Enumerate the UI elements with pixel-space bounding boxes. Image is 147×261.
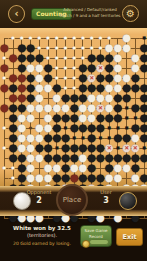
match-settings-line2: Match / 9 and a half territories	[58, 13, 122, 19]
result-line2: (territories).	[6, 232, 78, 239]
stone-dead-black: ●	[0, 43, 9, 53]
gear-icon: ⚙	[126, 9, 135, 19]
territory-black: ■	[142, 146, 146, 150]
board-cell[interactable]: ■	[122, 103, 131, 113]
board-cell[interactable]	[0, 153, 9, 163]
territory-white: ●	[64, 76, 68, 80]
result-line1: White won by 32.5	[6, 225, 78, 232]
board-cell[interactable]: ●	[61, 53, 70, 63]
board-cell[interactable]: ●	[122, 163, 131, 173]
board-cell[interactable]: ●	[140, 63, 147, 73]
stone-white: ●	[26, 113, 35, 123]
board-cell[interactable]: ■	[105, 123, 114, 133]
board-cell[interactable]: ●	[0, 83, 9, 93]
territory-black: ■	[81, 136, 85, 140]
territory-white: ●	[46, 36, 50, 40]
board-cell[interactable]: ●	[0, 163, 9, 173]
stone-black: ●	[114, 113, 123, 123]
board-cell[interactable]: ●	[61, 63, 70, 73]
stone-black: ●	[61, 113, 70, 123]
territory-black: ■	[99, 136, 103, 140]
board-cell[interactable]: ●	[52, 53, 61, 63]
black-stone-icon	[119, 192, 137, 210]
territory-white: ●	[55, 36, 59, 40]
stone-black: ●	[131, 103, 140, 113]
board-cell[interactable]: ●	[96, 123, 105, 133]
go-app-screen: ‹ Counting Advanced / Default/ranked Mat…	[0, 0, 147, 261]
place-button[interactable]: Place	[56, 184, 88, 216]
territory-white: ●	[46, 56, 50, 60]
board-cell[interactable]: ●	[61, 33, 70, 43]
territory-black: ■	[125, 126, 129, 130]
territory-white: ●	[55, 66, 59, 70]
territory-black: ■	[116, 126, 120, 130]
stone-black: ●	[114, 133, 123, 143]
territory-white: ●	[64, 46, 68, 50]
stone-white: ●	[35, 103, 44, 113]
dead-stone-x-mark: ✕	[133, 145, 138, 151]
territory-white: ●	[38, 46, 42, 50]
territory-white: ●	[3, 76, 7, 80]
match-settings-text: Advanced / Default/ranked Match / 9 and …	[58, 7, 122, 19]
stone-dead-black: ●	[0, 83, 9, 93]
territory-black: ■	[125, 106, 129, 110]
territory-black: ■	[107, 126, 111, 130]
board-cell[interactable]: ●	[70, 33, 79, 43]
board-cell[interactable]: ●	[0, 123, 9, 133]
territory-white: ●	[64, 66, 68, 70]
board-cell[interactable]: ●	[87, 33, 96, 43]
dead-stone-x-mark: ✕	[98, 105, 103, 111]
board-cell[interactable]: ●	[0, 143, 9, 153]
dead-stone-x-mark: ✕	[107, 145, 112, 151]
board-cell[interactable]	[0, 133, 9, 143]
stone-dead-black: ●	[0, 63, 9, 73]
stone-black: ●	[131, 83, 140, 93]
board-cell[interactable]: ●	[44, 33, 53, 43]
board-cell[interactable]: ●	[114, 173, 123, 183]
territory-black: ■	[55, 146, 59, 150]
board-cell[interactable]: ●	[44, 43, 53, 53]
board-cell[interactable]: ●	[96, 33, 105, 43]
board-cell[interactable]: ●	[70, 43, 79, 53]
territory-white: ●	[3, 126, 7, 130]
territory-white: ●	[72, 36, 76, 40]
board-cell[interactable]: ●	[0, 103, 9, 113]
dead-stone-x-mark: ✕	[124, 145, 129, 151]
board-cell[interactable]: ●	[35, 153, 44, 163]
stone-black: ●	[140, 63, 147, 73]
stone-black: ●	[140, 153, 147, 163]
stone-white: ●	[114, 173, 123, 183]
board-cell[interactable]: ●	[35, 103, 44, 113]
territory-white: ●	[46, 46, 50, 50]
back-button[interactable]: ‹	[8, 5, 25, 23]
territory-white: ●	[20, 36, 24, 40]
board-cell[interactable]: ■	[122, 113, 131, 123]
territory-white: ●	[3, 146, 7, 150]
territory-black: ■	[64, 126, 68, 130]
stone-black: ●	[105, 113, 114, 123]
stone-black: ●	[140, 133, 147, 143]
stone-white: ●	[122, 43, 131, 53]
opponent-label: Opponent	[24, 189, 54, 195]
stone-white: ●	[122, 163, 131, 173]
territory-black: ■	[142, 36, 146, 40]
user-label: User	[94, 189, 118, 195]
board-cell[interactable]: ●	[26, 113, 35, 123]
stone-black: ●	[122, 93, 131, 103]
board-cell[interactable]: ●	[35, 173, 44, 183]
board-cell[interactable]: ●	[0, 63, 9, 73]
territory-white: ●	[11, 166, 15, 170]
territory-white: ●	[3, 56, 7, 60]
board-cell[interactable]: ●	[131, 83, 140, 93]
territory-white: ●	[90, 46, 94, 50]
go-board-grid: ●●●●●●●●●●●●●■■■●●●●●●●●●●●●●●●■■●●●●●●●…	[0, 33, 147, 176]
board-cell[interactable]: ●	[140, 153, 147, 163]
stone-black: ●	[70, 123, 79, 133]
board-cell[interactable]: ●	[52, 33, 61, 43]
territory-black: ■	[125, 116, 129, 120]
territory-white: ●	[99, 46, 103, 50]
opponent-captures-count: 2	[24, 196, 54, 205]
board-cell[interactable]: ●	[131, 103, 140, 113]
territory-white: ●	[72, 46, 76, 50]
territory-white: ●	[3, 166, 7, 170]
back-chevron-icon: ‹	[14, 9, 18, 19]
board-cell[interactable]: ●	[52, 133, 61, 143]
board-cell[interactable]: ●	[52, 63, 61, 73]
board-cell[interactable]: ●	[61, 73, 70, 83]
territory-white: ●	[64, 56, 68, 60]
territory-white: ●	[72, 76, 76, 80]
territory-white: ●	[55, 76, 59, 80]
board-cell[interactable]: ●	[96, 153, 105, 163]
territory-black: ■	[116, 146, 120, 150]
board-cell[interactable]: ●	[70, 73, 79, 83]
board-cell[interactable]: ●	[105, 113, 114, 123]
board-cell[interactable]	[122, 53, 131, 63]
territory-white: ●	[90, 36, 94, 40]
board-cell[interactable]: ●	[70, 53, 79, 63]
territory-white: ●	[55, 56, 59, 60]
board-cell[interactable]: ●	[114, 133, 123, 143]
result-line3: 20 Gold earned by losing.	[6, 241, 78, 247]
stone-black: ●	[96, 123, 105, 133]
territory-white: ●	[29, 36, 33, 40]
board-cell[interactable]: ●	[52, 43, 61, 53]
board-cell[interactable]: ●	[140, 133, 147, 143]
game-result-text: White won by 32.5 (territories). 20 Gold…	[6, 225, 78, 247]
stone-white: ●	[35, 153, 44, 163]
board-cell[interactable]: ●	[70, 123, 79, 133]
stone-black: ●	[52, 133, 61, 143]
board-cell[interactable]: ●	[61, 113, 70, 123]
territory-black: ■	[133, 116, 137, 120]
board-cell[interactable]	[131, 33, 140, 43]
territory-white: ●	[38, 36, 42, 40]
board-cell[interactable]: ●	[122, 93, 131, 103]
territory-white: ●	[64, 36, 68, 40]
territory-white: ●	[55, 46, 59, 50]
go-board: ●●●●●●●●●●●●●■■■●●●●●●●●●●●●●●●■■●●●●●●●…	[0, 28, 147, 186]
territory-white: ●	[64, 86, 68, 90]
place-button-label: Place	[63, 196, 82, 204]
board-cell[interactable]: ●	[79, 33, 88, 43]
territory-white: ●	[81, 56, 85, 60]
territory-white: ●	[81, 36, 85, 40]
board-cell[interactable]: ●	[114, 113, 123, 123]
territory-black: ■	[107, 136, 111, 140]
board-cell[interactable]: ●	[0, 43, 9, 53]
territory-white: ●	[72, 86, 76, 90]
dead-stone-x-mark: ✕	[89, 75, 94, 81]
top-bar: ‹ Counting Advanced / Default/ranked Mat…	[0, 0, 147, 28]
board-cell[interactable]	[0, 113, 9, 123]
territory-white: ●	[107, 36, 111, 40]
star-point: ●	[29, 126, 33, 130]
save-game-record-button[interactable]: Save Game Record	[80, 225, 112, 247]
exit-button[interactable]: Exit	[116, 228, 143, 246]
territory-white: ●	[72, 66, 76, 70]
territory-white: ●	[11, 36, 15, 40]
territory-white: ●	[99, 36, 103, 40]
territory-white: ●	[81, 46, 85, 50]
board-cell[interactable]: ●	[35, 33, 44, 43]
gold-coin-icon	[82, 240, 90, 248]
dead-stone-x-mark: ✕	[98, 65, 103, 71]
board-cell[interactable]: ●	[70, 63, 79, 73]
board-cell[interactable]	[0, 173, 9, 183]
exit-button-label: Exit	[123, 233, 137, 241]
territory-black: ■	[72, 136, 76, 140]
stone-black: ●	[96, 153, 105, 163]
stone-dead-black: ●	[0, 103, 9, 113]
territory-white: ●	[11, 176, 15, 180]
board-cell[interactable]: ●	[122, 43, 131, 53]
coin-cost-pill	[89, 239, 109, 245]
user-captures-count: 3	[94, 196, 118, 205]
stone-white: ●	[35, 173, 44, 183]
territory-white: ●	[72, 56, 76, 60]
settings-button[interactable]: ⚙	[122, 5, 139, 22]
board-cell[interactable]: ●	[61, 43, 70, 53]
